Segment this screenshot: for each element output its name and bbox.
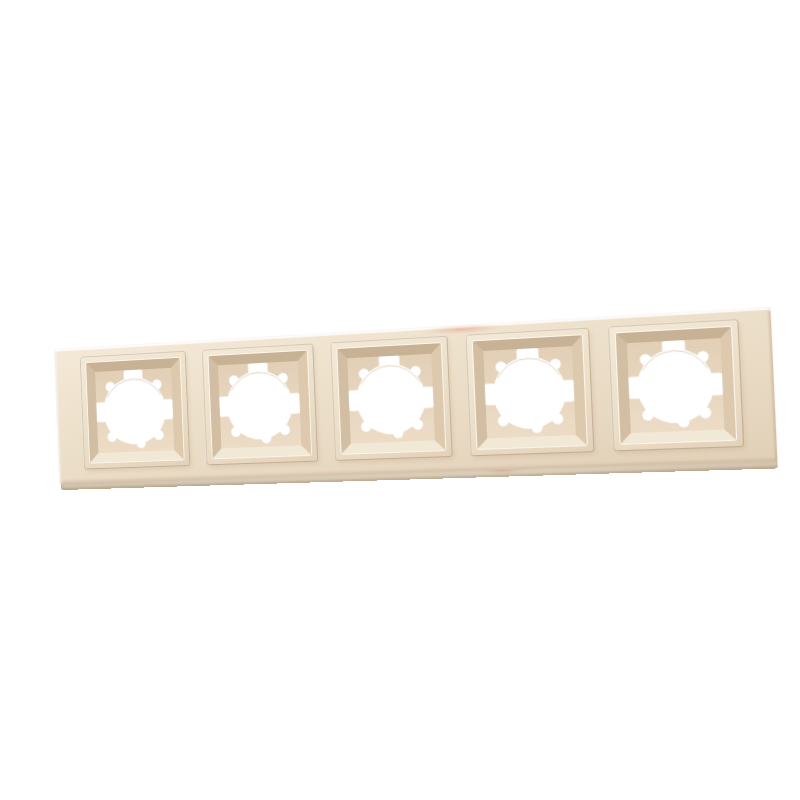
gang-5	[609, 320, 743, 450]
socket-cutout-icon	[217, 360, 302, 449]
gang-3	[331, 337, 451, 460]
wall-plate	[55, 307, 778, 490]
socket-cutout-icon	[482, 345, 577, 439]
gang-2	[203, 344, 317, 464]
gang-1	[81, 352, 190, 469]
product-photo	[0, 0, 800, 800]
gang-4	[467, 329, 594, 456]
socket-cutout-icon	[346, 353, 436, 445]
socket-cutout-icon	[94, 367, 175, 454]
socket-cutout-icon	[626, 337, 726, 434]
